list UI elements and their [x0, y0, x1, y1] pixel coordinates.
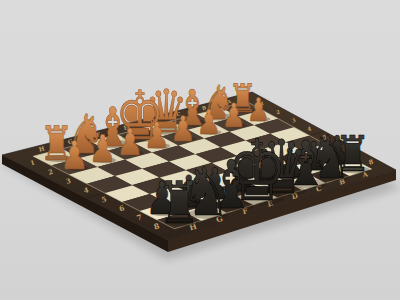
- chessboard-3d-view: AABBCCDDEEFFGGHH1122334455667788♜♞♟♝♟♛♟♚…: [0, 0, 400, 300]
- piece-white-pawn-d2[interactable]: ♟: [170, 108, 196, 150]
- piece-white-pawn-h2[interactable]: ♟: [60, 133, 89, 178]
- piece-black-rook-h8[interactable]: ♜: [158, 170, 201, 238]
- piece-white-pawn-c2[interactable]: ♟: [196, 102, 221, 141]
- piece-white-pawn-g2[interactable]: ♟: [88, 127, 116, 171]
- piece-white-pawn-f2[interactable]: ♟: [116, 121, 143, 164]
- piece-white-pawn-e2[interactable]: ♟: [144, 114, 171, 157]
- scene: AABBCCDDEEFFGGHH1122334455667788♜♞♟♝♟♛♟♚…: [0, 0, 400, 300]
